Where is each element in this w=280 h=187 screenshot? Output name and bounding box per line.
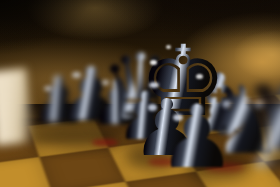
specular-glint [166, 45, 171, 49]
chess-photo: ♟♟♟♛♟♝♚♟♟♞♜ [0, 0, 280, 187]
piece-rook-h8: ♜ [237, 72, 280, 184]
specular-glint [196, 74, 203, 79]
specular-glint [222, 100, 231, 108]
specular-glint [173, 114, 183, 121]
specular-glint [44, 86, 52, 91]
board-edge-highlight [0, 68, 34, 146]
specular-glint [102, 80, 109, 85]
specular-glint [72, 72, 81, 78]
specular-glint [254, 100, 264, 108]
specular-glint [150, 60, 157, 65]
felt-base [92, 139, 118, 146]
specular-glint [148, 104, 157, 111]
specular-glint [149, 82, 159, 88]
